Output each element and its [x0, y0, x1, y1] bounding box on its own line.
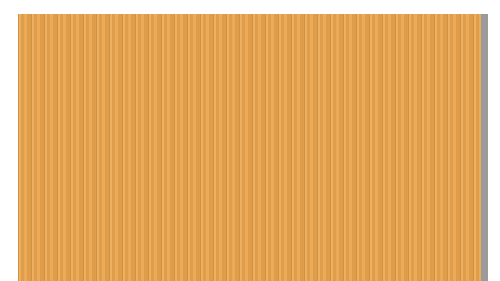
column-labels — [0, 0, 500, 14]
go-board — [18, 14, 481, 281]
board-edge-shadow — [481, 14, 488, 281]
go-board-screenshot — [0, 0, 500, 281]
board-grid — [18, 20, 481, 281]
